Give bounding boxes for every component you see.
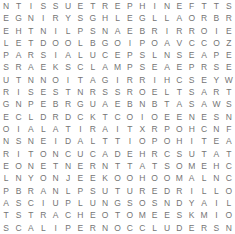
- grid-cell[interactable]: S: [12, 197, 24, 209]
- grid-cell[interactable]: N: [99, 25, 111, 37]
- grid-cell[interactable]: T: [161, 99, 173, 111]
- grid-cell[interactable]: S: [136, 49, 148, 61]
- grid-cell[interactable]: N: [136, 99, 148, 111]
- grid-cell[interactable]: T: [62, 123, 74, 135]
- grid-cell[interactable]: P: [161, 123, 173, 135]
- grid-cell[interactable]: O: [148, 172, 160, 184]
- grid-cell[interactable]: E: [210, 135, 222, 147]
- grid-cell[interactable]: O: [99, 209, 111, 221]
- grid-cell[interactable]: E: [198, 160, 210, 172]
- grid-cell[interactable]: N: [49, 185, 61, 197]
- grid-cell[interactable]: N: [161, 197, 173, 209]
- grid-cell[interactable]: C: [111, 111, 123, 123]
- grid-cell[interactable]: R: [148, 25, 160, 37]
- grid-cell[interactable]: I: [49, 49, 61, 61]
- grid-cell[interactable]: F: [186, 0, 198, 12]
- grid-cell[interactable]: S: [0, 62, 12, 74]
- grid-cell[interactable]: O: [49, 74, 61, 86]
- grid-cell[interactable]: E: [74, 160, 86, 172]
- grid-cell[interactable]: G: [136, 12, 148, 24]
- grid-cell[interactable]: R: [223, 12, 235, 24]
- grid-cell[interactable]: P: [0, 185, 12, 197]
- grid-cell[interactable]: C: [12, 222, 24, 234]
- grid-cell[interactable]: I: [210, 197, 222, 209]
- grid-cell[interactable]: S: [210, 111, 222, 123]
- grid-cell[interactable]: A: [74, 135, 86, 147]
- grid-cell[interactable]: U: [74, 148, 86, 160]
- grid-cell[interactable]: A: [62, 49, 74, 61]
- grid-cell[interactable]: B: [12, 185, 24, 197]
- grid-cell[interactable]: R: [198, 222, 210, 234]
- grid-cell[interactable]: K: [49, 62, 61, 74]
- grid-cell[interactable]: O: [223, 209, 235, 221]
- grid-cell[interactable]: A: [37, 185, 49, 197]
- grid-cell[interactable]: O: [12, 160, 24, 172]
- grid-cell[interactable]: E: [111, 0, 123, 12]
- grid-cell[interactable]: R: [99, 0, 111, 12]
- grid-cell[interactable]: U: [62, 0, 74, 12]
- grid-cell[interactable]: B: [210, 12, 222, 24]
- grid-cell[interactable]: E: [148, 209, 160, 221]
- grid-cell[interactable]: C: [12, 111, 24, 123]
- grid-cell[interactable]: A: [99, 148, 111, 160]
- grid-cell[interactable]: O: [136, 135, 148, 147]
- grid-cell[interactable]: P: [124, 0, 136, 12]
- grid-cell[interactable]: T: [198, 148, 210, 160]
- grid-cell[interactable]: A: [173, 12, 185, 24]
- grid-cell[interactable]: W: [223, 74, 235, 86]
- grid-cell[interactable]: T: [12, 0, 24, 12]
- grid-cell[interactable]: O: [186, 12, 198, 24]
- grid-cell[interactable]: A: [198, 86, 210, 98]
- grid-cell[interactable]: S: [49, 86, 61, 98]
- grid-cell[interactable]: U: [0, 74, 12, 86]
- grid-cell[interactable]: Y: [62, 12, 74, 24]
- grid-cell[interactable]: A: [161, 37, 173, 49]
- grid-cell[interactable]: A: [99, 123, 111, 135]
- grid-cell[interactable]: J: [62, 172, 74, 184]
- grid-cell[interactable]: D: [62, 111, 74, 123]
- grid-cell[interactable]: I: [161, 25, 173, 37]
- grid-cell[interactable]: I: [111, 74, 123, 86]
- grid-cell[interactable]: N: [74, 86, 86, 98]
- grid-cell[interactable]: C: [223, 172, 235, 184]
- grid-cell[interactable]: E: [124, 25, 136, 37]
- grid-cell[interactable]: H: [210, 160, 222, 172]
- grid-cell[interactable]: I: [111, 123, 123, 135]
- grid-cell[interactable]: S: [186, 86, 198, 98]
- grid-cell[interactable]: T: [49, 160, 61, 172]
- grid-cell[interactable]: M: [186, 160, 198, 172]
- grid-cell[interactable]: P: [74, 185, 86, 197]
- grid-cell[interactable]: E: [148, 62, 160, 74]
- grid-cell[interactable]: E: [37, 62, 49, 74]
- grid-cell[interactable]: S: [111, 86, 123, 98]
- grid-cell[interactable]: N: [0, 0, 12, 12]
- grid-cell[interactable]: E: [223, 25, 235, 37]
- grid-cell[interactable]: S: [161, 160, 173, 172]
- grid-cell[interactable]: E: [148, 86, 160, 98]
- grid-cell[interactable]: E: [186, 49, 198, 61]
- grid-cell[interactable]: N: [25, 74, 37, 86]
- grid-cell[interactable]: E: [223, 62, 235, 74]
- grid-cell[interactable]: G: [87, 12, 99, 24]
- grid-cell[interactable]: E: [161, 209, 173, 221]
- grid-cell[interactable]: K: [186, 209, 198, 221]
- grid-cell[interactable]: T: [25, 37, 37, 49]
- grid-cell[interactable]: S: [74, 12, 86, 24]
- grid-cell[interactable]: O: [124, 209, 136, 221]
- grid-cell[interactable]: L: [87, 135, 99, 147]
- grid-cell[interactable]: E: [37, 160, 49, 172]
- grid-cell[interactable]: T: [223, 148, 235, 160]
- grid-cell[interactable]: I: [74, 123, 86, 135]
- grid-cell[interactable]: N: [210, 172, 222, 184]
- grid-cell[interactable]: G: [74, 99, 86, 111]
- grid-cell[interactable]: O: [198, 25, 210, 37]
- grid-cell[interactable]: L: [87, 62, 99, 74]
- grid-cell[interactable]: C: [124, 222, 136, 234]
- grid-cell[interactable]: S: [186, 99, 198, 111]
- grid-cell[interactable]: E: [223, 49, 235, 61]
- grid-cell[interactable]: E: [111, 49, 123, 61]
- grid-cell[interactable]: O: [111, 172, 123, 184]
- grid-cell[interactable]: L: [37, 123, 49, 135]
- grid-cell[interactable]: T: [198, 0, 210, 12]
- grid-cell[interactable]: Z: [223, 37, 235, 49]
- grid-cell[interactable]: O: [37, 172, 49, 184]
- grid-cell[interactable]: B: [136, 25, 148, 37]
- grid-cell[interactable]: H: [12, 25, 24, 37]
- grid-cell[interactable]: O: [111, 37, 123, 49]
- grid-cell[interactable]: L: [62, 185, 74, 197]
- grid-cell[interactable]: A: [111, 25, 123, 37]
- grid-cell[interactable]: R: [0, 148, 12, 160]
- grid-cell[interactable]: U: [87, 197, 99, 209]
- grid-cell[interactable]: C: [186, 37, 198, 49]
- grid-cell[interactable]: O: [62, 37, 74, 49]
- grid-cell[interactable]: H: [136, 148, 148, 160]
- grid-cell[interactable]: P: [0, 49, 12, 61]
- grid-cell[interactable]: H: [136, 172, 148, 184]
- grid-cell[interactable]: I: [210, 209, 222, 221]
- grid-cell[interactable]: O: [136, 197, 148, 209]
- grid-cell[interactable]: E: [186, 222, 198, 234]
- grid-cell[interactable]: B: [87, 37, 99, 49]
- grid-cell[interactable]: N: [223, 222, 235, 234]
- grid-cell[interactable]: L: [111, 12, 123, 24]
- grid-cell[interactable]: S: [210, 62, 222, 74]
- grid-cell[interactable]: R: [87, 160, 99, 172]
- grid-cell[interactable]: E: [148, 185, 160, 197]
- grid-cell[interactable]: C: [62, 209, 74, 221]
- grid-cell[interactable]: K: [87, 111, 99, 123]
- grid-cell[interactable]: S: [210, 222, 222, 234]
- grid-cell[interactable]: O: [136, 86, 148, 98]
- grid-cell[interactable]: G: [99, 74, 111, 86]
- grid-cell[interactable]: T: [198, 135, 210, 147]
- grid-cell[interactable]: A: [99, 62, 111, 74]
- grid-cell[interactable]: L: [198, 172, 210, 184]
- grid-cell[interactable]: S: [223, 0, 235, 12]
- grid-cell[interactable]: E: [0, 12, 12, 24]
- grid-cell[interactable]: N: [161, 0, 173, 12]
- grid-cell[interactable]: M: [173, 172, 185, 184]
- grid-cell[interactable]: O: [0, 123, 12, 135]
- grid-cell[interactable]: B: [124, 99, 136, 111]
- grid-cell[interactable]: U: [161, 222, 173, 234]
- grid-cell[interactable]: I: [210, 25, 222, 37]
- grid-cell[interactable]: E: [37, 135, 49, 147]
- grid-cell[interactable]: T: [12, 74, 24, 86]
- grid-cell[interactable]: A: [25, 123, 37, 135]
- grid-cell[interactable]: A: [198, 99, 210, 111]
- grid-cell[interactable]: C: [136, 222, 148, 234]
- grid-cell[interactable]: R: [49, 12, 61, 24]
- grid-cell[interactable]: L: [74, 49, 86, 61]
- grid-cell[interactable]: R: [173, 185, 185, 197]
- grid-cell[interactable]: S: [173, 49, 185, 61]
- grid-cell[interactable]: R: [186, 25, 198, 37]
- grid-cell[interactable]: E: [0, 25, 12, 37]
- grid-cell[interactable]: I: [124, 37, 136, 49]
- grid-cell[interactable]: N: [25, 12, 37, 24]
- grid-cell[interactable]: D: [161, 185, 173, 197]
- grid-cell[interactable]: I: [12, 86, 24, 98]
- grid-cell[interactable]: R: [87, 123, 99, 135]
- grid-cell[interactable]: R: [37, 209, 49, 221]
- grid-cell[interactable]: O: [173, 123, 185, 135]
- grid-cell[interactable]: D: [37, 37, 49, 49]
- grid-cell[interactable]: P: [148, 135, 160, 147]
- grid-cell[interactable]: A: [0, 197, 12, 209]
- grid-cell[interactable]: L: [161, 12, 173, 24]
- grid-cell[interactable]: S: [12, 135, 24, 147]
- grid-cell[interactable]: I: [148, 0, 160, 12]
- grid-cell[interactable]: T: [173, 86, 185, 98]
- grid-cell[interactable]: T: [111, 160, 123, 172]
- grid-cell[interactable]: C: [25, 197, 37, 209]
- grid-cell[interactable]: O: [124, 111, 136, 123]
- grid-cell[interactable]: A: [161, 62, 173, 74]
- grid-cell[interactable]: A: [87, 74, 99, 86]
- grid-cell[interactable]: W: [210, 99, 222, 111]
- grid-cell[interactable]: R: [124, 74, 136, 86]
- grid-cell[interactable]: I: [37, 12, 49, 24]
- grid-cell[interactable]: S: [0, 222, 12, 234]
- grid-cell[interactable]: N: [37, 74, 49, 86]
- grid-cell[interactable]: C: [62, 148, 74, 160]
- grid-cell[interactable]: P: [62, 222, 74, 234]
- grid-cell[interactable]: N: [62, 160, 74, 172]
- grid-cell[interactable]: R: [49, 111, 61, 123]
- grid-cell[interactable]: N: [49, 148, 61, 160]
- grid-cell[interactable]: C: [161, 148, 173, 160]
- grid-cell[interactable]: T: [124, 160, 136, 172]
- grid-cell[interactable]: N: [37, 25, 49, 37]
- grid-cell[interactable]: T: [210, 0, 222, 12]
- grid-cell[interactable]: T: [74, 74, 86, 86]
- grid-cell[interactable]: P: [210, 49, 222, 61]
- grid-cell[interactable]: D: [37, 111, 49, 123]
- grid-cell[interactable]: U: [87, 49, 99, 61]
- grid-cell[interactable]: S: [136, 62, 148, 74]
- grid-cell[interactable]: E: [124, 12, 136, 24]
- grid-cell[interactable]: U: [99, 185, 111, 197]
- grid-cell[interactable]: L: [148, 49, 160, 61]
- grid-cell[interactable]: B: [49, 99, 61, 111]
- grid-cell[interactable]: O: [111, 222, 123, 234]
- grid-cell[interactable]: M: [111, 62, 123, 74]
- grid-cell[interactable]: E: [124, 148, 136, 160]
- grid-cell[interactable]: C: [74, 111, 86, 123]
- grid-cell[interactable]: I: [49, 222, 61, 234]
- grid-cell[interactable]: T: [111, 209, 123, 221]
- grid-cell[interactable]: E: [37, 99, 49, 111]
- grid-cell[interactable]: C: [198, 123, 210, 135]
- grid-cell[interactable]: P: [186, 62, 198, 74]
- grid-cell[interactable]: H: [161, 74, 173, 86]
- grid-cell[interactable]: E: [173, 62, 185, 74]
- grid-cell[interactable]: L: [25, 111, 37, 123]
- grid-cell[interactable]: P: [124, 62, 136, 74]
- grid-cell[interactable]: R: [136, 185, 148, 197]
- grid-cell[interactable]: A: [49, 123, 61, 135]
- grid-cell[interactable]: R: [198, 12, 210, 24]
- grid-cell[interactable]: A: [25, 222, 37, 234]
- grid-cell[interactable]: L: [74, 37, 86, 49]
- grid-cell[interactable]: E: [0, 111, 12, 123]
- grid-cell[interactable]: I: [124, 135, 136, 147]
- grid-cell[interactable]: A: [25, 62, 37, 74]
- grid-cell[interactable]: L: [210, 185, 222, 197]
- grid-cell[interactable]: Y: [25, 172, 37, 184]
- grid-cell[interactable]: M: [136, 209, 148, 221]
- grid-cell[interactable]: I: [136, 111, 148, 123]
- grid-cell[interactable]: A: [12, 49, 24, 61]
- grid-cell[interactable]: H: [99, 12, 111, 24]
- grid-cell[interactable]: E: [87, 172, 99, 184]
- grid-cell[interactable]: G: [0, 99, 12, 111]
- grid-cell[interactable]: C: [198, 37, 210, 49]
- grid-cell[interactable]: A: [99, 99, 111, 111]
- grid-cell[interactable]: R: [148, 148, 160, 160]
- grid-cell[interactable]: I: [49, 25, 61, 37]
- grid-cell[interactable]: S: [148, 197, 160, 209]
- grid-cell[interactable]: C: [99, 49, 111, 61]
- grid-cell[interactable]: N: [210, 123, 222, 135]
- grid-cell[interactable]: N: [12, 172, 24, 184]
- grid-cell[interactable]: N: [99, 160, 111, 172]
- grid-cell[interactable]: E: [87, 209, 99, 221]
- grid-cell[interactable]: R: [210, 86, 222, 98]
- grid-cell[interactable]: M: [198, 209, 210, 221]
- grid-cell[interactable]: R: [0, 86, 12, 98]
- grid-cell[interactable]: E: [74, 172, 86, 184]
- grid-cell[interactable]: E: [74, 222, 86, 234]
- grid-cell[interactable]: R: [87, 222, 99, 234]
- grid-cell[interactable]: O: [148, 37, 160, 49]
- grid-cell[interactable]: N: [12, 99, 24, 111]
- grid-cell[interactable]: I: [148, 74, 160, 86]
- grid-cell[interactable]: L: [62, 25, 74, 37]
- grid-cell[interactable]: P: [74, 25, 86, 37]
- grid-cell[interactable]: L: [37, 222, 49, 234]
- grid-cell[interactable]: R: [25, 185, 37, 197]
- grid-cell[interactable]: O: [148, 111, 160, 123]
- grid-cell[interactable]: U: [186, 148, 198, 160]
- grid-cell[interactable]: O: [161, 135, 173, 147]
- grid-cell[interactable]: T: [99, 135, 111, 147]
- grid-cell[interactable]: A: [136, 160, 148, 172]
- grid-cell[interactable]: D: [173, 197, 185, 209]
- grid-cell[interactable]: S: [12, 209, 24, 221]
- grid-cell[interactable]: P: [136, 37, 148, 49]
- grid-cell[interactable]: G: [12, 12, 24, 24]
- grid-cell[interactable]: N: [223, 111, 235, 123]
- grid-cell[interactable]: L: [161, 86, 173, 98]
- grid-cell[interactable]: C: [74, 62, 86, 74]
- grid-cell[interactable]: R: [148, 123, 160, 135]
- grid-cell[interactable]: E: [198, 111, 210, 123]
- grid-cell[interactable]: D: [111, 148, 123, 160]
- grid-cell[interactable]: R: [173, 25, 185, 37]
- grid-cell[interactable]: O: [37, 148, 49, 160]
- grid-cell[interactable]: T: [99, 111, 111, 123]
- grid-cell[interactable]: S: [124, 197, 136, 209]
- grid-cell[interactable]: N: [0, 135, 12, 147]
- grid-cell[interactable]: C: [173, 74, 185, 86]
- grid-cell[interactable]: O: [173, 160, 185, 172]
- grid-cell[interactable]: P: [62, 197, 74, 209]
- grid-cell[interactable]: N: [49, 172, 61, 184]
- grid-cell[interactable]: R: [12, 62, 24, 74]
- grid-cell[interactable]: T: [111, 185, 123, 197]
- grid-cell[interactable]: L: [148, 222, 160, 234]
- grid-cell[interactable]: T: [87, 0, 99, 12]
- grid-cell[interactable]: T: [111, 135, 123, 147]
- grid-cell[interactable]: S: [186, 74, 198, 86]
- grid-cell[interactable]: T: [25, 148, 37, 160]
- grid-cell[interactable]: N: [25, 160, 37, 172]
- grid-cell[interactable]: D: [173, 222, 185, 234]
- grid-cell[interactable]: O: [124, 172, 136, 184]
- grid-cell[interactable]: N: [99, 197, 111, 209]
- grid-cell[interactable]: H: [136, 0, 148, 12]
- grid-cell[interactable]: Y: [186, 197, 198, 209]
- grid-cell[interactable]: N: [161, 49, 173, 61]
- grid-cell[interactable]: N: [99, 222, 111, 234]
- grid-cell[interactable]: S: [25, 86, 37, 98]
- grid-cell[interactable]: S: [37, 0, 49, 12]
- grid-cell[interactable]: O: [49, 37, 61, 49]
- grid-cell[interactable]: E: [111, 99, 123, 111]
- grid-cell[interactable]: I: [62, 74, 74, 86]
- grid-cell[interactable]: Y: [210, 74, 222, 86]
- grid-cell[interactable]: S: [99, 86, 111, 98]
- grid-cell[interactable]: L: [0, 172, 12, 184]
- grid-cell[interactable]: G: [99, 37, 111, 49]
- grid-cell[interactable]: T: [223, 86, 235, 98]
- grid-cell[interactable]: O: [161, 172, 173, 184]
- grid-cell[interactable]: R: [136, 74, 148, 86]
- grid-cell[interactable]: S: [37, 49, 49, 61]
- grid-cell[interactable]: S: [87, 25, 99, 37]
- grid-cell[interactable]: H: [74, 209, 86, 221]
- grid-cell[interactable]: K: [99, 172, 111, 184]
- grid-cell[interactable]: R: [62, 99, 74, 111]
- grid-cell[interactable]: C: [223, 160, 235, 172]
